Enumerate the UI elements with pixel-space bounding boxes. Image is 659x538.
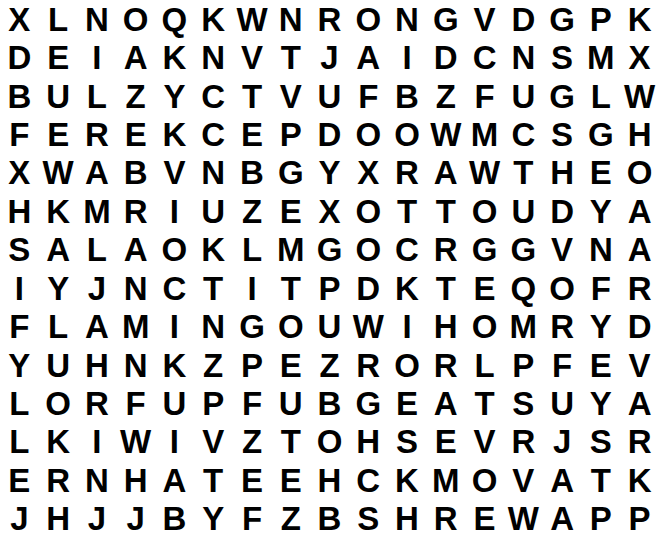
grid-cell[interactable]: E: [465, 500, 504, 538]
grid-cell[interactable]: V: [620, 346, 659, 384]
grid-cell[interactable]: R: [349, 346, 388, 384]
grid-cell[interactable]: T: [504, 154, 543, 192]
grid-cell[interactable]: M: [504, 307, 543, 345]
grid-cell[interactable]: O: [349, 231, 388, 269]
grid-cell[interactable]: A: [543, 500, 582, 538]
grid-cell[interactable]: X: [620, 38, 659, 76]
grid-cell[interactable]: D: [426, 38, 465, 76]
grid-cell[interactable]: A: [620, 231, 659, 269]
grid-cell[interactable]: D: [620, 307, 659, 345]
grid-cell[interactable]: W: [426, 115, 465, 153]
grid-cell[interactable]: W: [504, 500, 543, 538]
grid-cell[interactable]: H: [39, 500, 78, 538]
grid-cell[interactable]: I: [155, 192, 194, 230]
grid-cell[interactable]: O: [465, 461, 504, 499]
grid-cell[interactable]: T: [271, 423, 310, 461]
grid-cell[interactable]: W: [620, 77, 659, 115]
grid-cell[interactable]: R: [426, 231, 465, 269]
grid-cell[interactable]: G: [233, 307, 272, 345]
grid-cell[interactable]: Z: [233, 192, 272, 230]
grid-cell[interactable]: M: [581, 38, 620, 76]
grid-cell[interactable]: G: [310, 231, 349, 269]
grid-cell[interactable]: P: [581, 500, 620, 538]
grid-cell[interactable]: L: [78, 77, 117, 115]
grid-cell[interactable]: G: [581, 115, 620, 153]
grid-cell[interactable]: A: [155, 461, 194, 499]
grid-cell[interactable]: R: [504, 423, 543, 461]
grid-cell[interactable]: G: [504, 231, 543, 269]
grid-cell[interactable]: A: [620, 192, 659, 230]
grid-cell[interactable]: Y: [155, 77, 194, 115]
grid-cell[interactable]: L: [0, 384, 39, 422]
grid-cell[interactable]: D: [349, 269, 388, 307]
grid-cell[interactable]: U: [194, 192, 233, 230]
grid-cell[interactable]: H: [116, 461, 155, 499]
grid-cell[interactable]: Z: [271, 500, 310, 538]
grid-cell[interactable]: F: [465, 77, 504, 115]
grid-cell[interactable]: P: [504, 346, 543, 384]
grid-cell[interactable]: N: [194, 307, 233, 345]
grid-cell[interactable]: R: [543, 307, 582, 345]
grid-cell[interactable]: F: [233, 500, 272, 538]
grid-cell[interactable]: R: [78, 384, 117, 422]
grid-cell[interactable]: B: [388, 77, 427, 115]
grid-cell[interactable]: X: [0, 154, 39, 192]
grid-cell[interactable]: A: [426, 154, 465, 192]
grid-cell[interactable]: T: [271, 38, 310, 76]
grid-cell[interactable]: G: [271, 154, 310, 192]
grid-cell[interactable]: Y: [194, 500, 233, 538]
grid-cell[interactable]: K: [388, 461, 427, 499]
grid-cell[interactable]: I: [155, 423, 194, 461]
grid-cell[interactable]: E: [581, 346, 620, 384]
grid-cell[interactable]: A: [620, 384, 659, 422]
grid-cell[interactable]: H: [349, 423, 388, 461]
grid-cell[interactable]: S: [0, 231, 39, 269]
grid-cell[interactable]: O: [620, 154, 659, 192]
grid-cell[interactable]: T: [194, 269, 233, 307]
grid-cell[interactable]: O: [116, 0, 155, 38]
grid-cell[interactable]: X: [0, 0, 39, 38]
grid-cell[interactable]: A: [116, 231, 155, 269]
grid-cell[interactable]: O: [465, 192, 504, 230]
grid-cell[interactable]: Q: [155, 0, 194, 38]
grid-cell[interactable]: O: [310, 423, 349, 461]
grid-cell[interactable]: U: [504, 192, 543, 230]
grid-cell[interactable]: R: [78, 115, 117, 153]
grid-cell[interactable]: Y: [581, 192, 620, 230]
grid-cell[interactable]: A: [39, 231, 78, 269]
grid-cell[interactable]: F: [233, 384, 272, 422]
grid-cell[interactable]: J: [0, 500, 39, 538]
grid-cell[interactable]: T: [426, 192, 465, 230]
grid-cell[interactable]: F: [116, 384, 155, 422]
grid-cell[interactable]: O: [349, 115, 388, 153]
grid-cell[interactable]: I: [388, 307, 427, 345]
grid-cell[interactable]: D: [0, 38, 39, 76]
grid-cell[interactable]: F: [349, 77, 388, 115]
grid-cell[interactable]: N: [78, 0, 117, 38]
grid-cell[interactable]: K: [155, 115, 194, 153]
grid-cell[interactable]: H: [310, 461, 349, 499]
grid-cell[interactable]: C: [388, 231, 427, 269]
grid-cell[interactable]: H: [426, 307, 465, 345]
grid-cell[interactable]: C: [194, 115, 233, 153]
grid-cell[interactable]: E: [465, 269, 504, 307]
grid-cell[interactable]: I: [155, 307, 194, 345]
grid-cell[interactable]: G: [543, 77, 582, 115]
grid-cell[interactable]: F: [581, 269, 620, 307]
grid-cell[interactable]: B: [233, 154, 272, 192]
grid-cell[interactable]: K: [155, 346, 194, 384]
grid-cell[interactable]: W: [465, 154, 504, 192]
grid-cell[interactable]: F: [543, 346, 582, 384]
grid-cell[interactable]: N: [116, 346, 155, 384]
grid-cell[interactable]: S: [504, 384, 543, 422]
grid-cell[interactable]: S: [388, 423, 427, 461]
grid-cell[interactable]: G: [465, 231, 504, 269]
grid-cell[interactable]: H: [388, 500, 427, 538]
grid-cell[interactable]: U: [39, 77, 78, 115]
grid-cell[interactable]: Z: [194, 346, 233, 384]
grid-cell[interactable]: L: [581, 77, 620, 115]
grid-cell[interactable]: Y: [0, 346, 39, 384]
grid-cell[interactable]: O: [155, 231, 194, 269]
grid-cell[interactable]: B: [310, 500, 349, 538]
grid-cell[interactable]: A: [78, 307, 117, 345]
grid-cell[interactable]: U: [504, 77, 543, 115]
grid-cell[interactable]: H: [78, 346, 117, 384]
grid-cell[interactable]: L: [233, 231, 272, 269]
grid-cell[interactable]: C: [194, 77, 233, 115]
grid-cell[interactable]: O: [388, 346, 427, 384]
grid-cell[interactable]: S: [349, 500, 388, 538]
grid-cell[interactable]: A: [426, 384, 465, 422]
grid-cell[interactable]: B: [0, 77, 39, 115]
grid-cell[interactable]: J: [116, 500, 155, 538]
grid-cell[interactable]: S: [581, 423, 620, 461]
grid-cell[interactable]: E: [581, 154, 620, 192]
grid-cell[interactable]: I: [388, 38, 427, 76]
grid-cell[interactable]: E: [271, 346, 310, 384]
grid-cell[interactable]: P: [271, 115, 310, 153]
grid-cell[interactable]: E: [39, 115, 78, 153]
grid-cell[interactable]: C: [504, 115, 543, 153]
grid-cell[interactable]: F: [0, 115, 39, 153]
grid-cell[interactable]: T: [426, 269, 465, 307]
grid-cell[interactable]: L: [78, 231, 117, 269]
grid-cell[interactable]: Q: [504, 269, 543, 307]
grid-cell[interactable]: R: [310, 0, 349, 38]
grid-cell[interactable]: N: [581, 231, 620, 269]
grid-cell[interactable]: K: [194, 231, 233, 269]
grid-cell[interactable]: T: [388, 192, 427, 230]
grid-cell[interactable]: Y: [39, 269, 78, 307]
grid-cell[interactable]: E: [426, 423, 465, 461]
grid-cell[interactable]: C: [155, 269, 194, 307]
grid-cell[interactable]: E: [233, 461, 272, 499]
grid-cell[interactable]: J: [310, 38, 349, 76]
grid-cell[interactable]: V: [465, 423, 504, 461]
grid-cell[interactable]: R: [388, 154, 427, 192]
grid-cell[interactable]: M: [116, 307, 155, 345]
grid-cell[interactable]: V: [504, 461, 543, 499]
grid-cell[interactable]: N: [388, 0, 427, 38]
grid-cell[interactable]: T: [465, 384, 504, 422]
grid-cell[interactable]: H: [0, 192, 39, 230]
grid-cell[interactable]: S: [543, 38, 582, 76]
grid-cell[interactable]: E: [271, 461, 310, 499]
grid-cell[interactable]: P: [310, 269, 349, 307]
grid-cell[interactable]: N: [271, 0, 310, 38]
grid-cell[interactable]: B: [155, 500, 194, 538]
grid-cell[interactable]: Z: [426, 77, 465, 115]
grid-cell[interactable]: N: [504, 38, 543, 76]
grid-cell[interactable]: M: [426, 461, 465, 499]
grid-cell[interactable]: K: [388, 269, 427, 307]
grid-cell[interactable]: K: [39, 423, 78, 461]
grid-cell[interactable]: S: [543, 115, 582, 153]
grid-cell[interactable]: Y: [581, 307, 620, 345]
grid-cell[interactable]: M: [271, 231, 310, 269]
grid-cell[interactable]: D: [543, 192, 582, 230]
grid-cell[interactable]: K: [620, 461, 659, 499]
grid-cell[interactable]: W: [349, 307, 388, 345]
grid-cell[interactable]: B: [310, 384, 349, 422]
grid-cell[interactable]: P: [233, 346, 272, 384]
grid-cell[interactable]: E: [39, 38, 78, 76]
grid-cell[interactable]: E: [233, 115, 272, 153]
grid-cell[interactable]: L: [39, 307, 78, 345]
grid-cell[interactable]: N: [194, 154, 233, 192]
grid-cell[interactable]: O: [349, 0, 388, 38]
grid-cell[interactable]: O: [465, 307, 504, 345]
grid-cell[interactable]: A: [349, 38, 388, 76]
grid-cell[interactable]: P: [194, 384, 233, 422]
grid-cell[interactable]: M: [465, 115, 504, 153]
grid-cell[interactable]: R: [620, 423, 659, 461]
grid-cell[interactable]: X: [349, 154, 388, 192]
grid-cell[interactable]: U: [310, 307, 349, 345]
grid-cell[interactable]: U: [155, 384, 194, 422]
grid-cell[interactable]: C: [349, 461, 388, 499]
grid-cell[interactable]: V: [233, 38, 272, 76]
grid-cell[interactable]: H: [620, 115, 659, 153]
grid-cell[interactable]: F: [0, 307, 39, 345]
grid-cell[interactable]: I: [0, 269, 39, 307]
grid-cell[interactable]: J: [543, 423, 582, 461]
grid-cell[interactable]: E: [388, 384, 427, 422]
grid-cell[interactable]: T: [233, 77, 272, 115]
grid-cell[interactable]: U: [271, 384, 310, 422]
grid-cell[interactable]: A: [116, 38, 155, 76]
grid-cell[interactable]: G: [426, 0, 465, 38]
grid-cell[interactable]: K: [194, 0, 233, 38]
grid-cell[interactable]: I: [78, 38, 117, 76]
grid-cell[interactable]: U: [39, 346, 78, 384]
grid-cell[interactable]: V: [271, 77, 310, 115]
grid-cell[interactable]: H: [543, 154, 582, 192]
grid-cell[interactable]: R: [426, 346, 465, 384]
grid-cell[interactable]: T: [271, 269, 310, 307]
grid-cell[interactable]: M: [78, 192, 117, 230]
grid-cell[interactable]: P: [620, 500, 659, 538]
grid-cell[interactable]: K: [155, 38, 194, 76]
grid-cell[interactable]: C: [465, 38, 504, 76]
grid-cell[interactable]: X: [310, 192, 349, 230]
grid-cell[interactable]: Z: [116, 77, 155, 115]
grid-cell[interactable]: I: [233, 269, 272, 307]
grid-cell[interactable]: G: [543, 0, 582, 38]
grid-cell[interactable]: V: [194, 423, 233, 461]
grid-cell[interactable]: N: [116, 269, 155, 307]
grid-cell[interactable]: N: [194, 38, 233, 76]
grid-cell[interactable]: D: [504, 0, 543, 38]
grid-cell[interactable]: T: [194, 461, 233, 499]
grid-cell[interactable]: E: [0, 461, 39, 499]
grid-cell[interactable]: G: [349, 384, 388, 422]
grid-cell[interactable]: B: [116, 154, 155, 192]
grid-cell[interactable]: R: [426, 500, 465, 538]
grid-cell[interactable]: T: [581, 461, 620, 499]
grid-cell[interactable]: V: [543, 231, 582, 269]
grid-cell[interactable]: D: [310, 115, 349, 153]
grid-cell[interactable]: E: [271, 192, 310, 230]
grid-cell[interactable]: W: [116, 423, 155, 461]
grid-cell[interactable]: Y: [581, 384, 620, 422]
grid-cell[interactable]: E: [116, 115, 155, 153]
grid-cell[interactable]: L: [0, 423, 39, 461]
grid-cell[interactable]: O: [39, 384, 78, 422]
grid-cell[interactable]: J: [78, 269, 117, 307]
grid-cell[interactable]: R: [620, 269, 659, 307]
grid-cell[interactable]: A: [78, 154, 117, 192]
grid-cell[interactable]: I: [78, 423, 117, 461]
grid-cell[interactable]: J: [78, 500, 117, 538]
grid-cell[interactable]: Z: [233, 423, 272, 461]
grid-cell[interactable]: L: [39, 0, 78, 38]
grid-cell[interactable]: P: [581, 0, 620, 38]
grid-cell[interactable]: O: [349, 192, 388, 230]
grid-cell[interactable]: Z: [310, 346, 349, 384]
grid-cell[interactable]: K: [620, 0, 659, 38]
grid-cell[interactable]: U: [310, 77, 349, 115]
grid-cell[interactable]: V: [155, 154, 194, 192]
grid-cell[interactable]: O: [271, 307, 310, 345]
grid-cell[interactable]: R: [116, 192, 155, 230]
grid-cell[interactable]: U: [543, 384, 582, 422]
grid-cell[interactable]: O: [543, 269, 582, 307]
grid-cell[interactable]: N: [78, 461, 117, 499]
grid-cell[interactable]: R: [39, 461, 78, 499]
grid-cell[interactable]: O: [388, 115, 427, 153]
grid-cell[interactable]: L: [465, 346, 504, 384]
grid-cell[interactable]: K: [39, 192, 78, 230]
grid-cell[interactable]: A: [543, 461, 582, 499]
grid-cell[interactable]: Y: [310, 154, 349, 192]
word-search-board: XLNOQKWNRONGVDGPKDEIAKNVTJAIDCNSMXBULZYC…: [0, 0, 659, 538]
grid-cell[interactable]: W: [233, 0, 272, 38]
grid-cell[interactable]: W: [39, 154, 78, 192]
grid-cell[interactable]: V: [465, 0, 504, 38]
